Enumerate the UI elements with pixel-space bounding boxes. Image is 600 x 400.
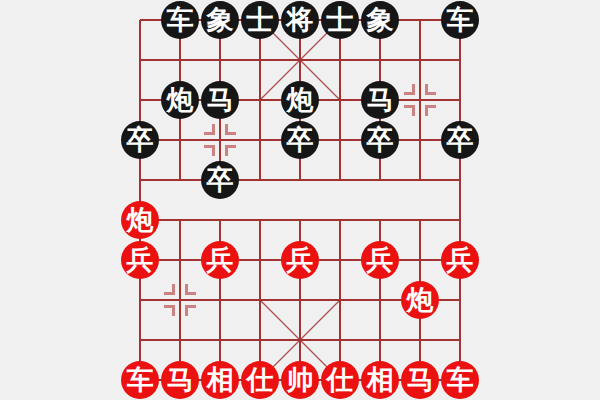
- piece-red-soldier[interactable]: 兵: [201, 241, 239, 279]
- piece-red-soldier[interactable]: 兵: [281, 241, 319, 279]
- piece-red-chariot[interactable]: 车: [441, 361, 479, 399]
- piece-red-horse[interactable]: 马: [161, 361, 199, 399]
- piece-black-horse[interactable]: 马: [201, 81, 239, 119]
- piece-black-elephant[interactable]: 象: [201, 1, 239, 39]
- piece-black-soldier[interactable]: 卒: [441, 121, 479, 159]
- piece-red-soldier[interactable]: 兵: [121, 241, 159, 279]
- piece-black-soldier[interactable]: 卒: [361, 121, 399, 159]
- pieces-layer: 车象士将士象车炮马炮马卒卒卒卒卒炮兵兵兵兵兵炮车马相仕帅仕相马车: [0, 0, 600, 400]
- piece-black-chariot[interactable]: 车: [441, 1, 479, 39]
- piece-black-soldier[interactable]: 卒: [121, 121, 159, 159]
- piece-red-horse[interactable]: 马: [401, 361, 439, 399]
- piece-red-elephant[interactable]: 相: [201, 361, 239, 399]
- piece-black-soldier[interactable]: 卒: [201, 161, 239, 199]
- piece-red-soldier[interactable]: 兵: [441, 241, 479, 279]
- piece-red-advisor[interactable]: 仕: [321, 361, 359, 399]
- piece-red-cannon[interactable]: 炮: [121, 201, 159, 239]
- piece-red-cannon[interactable]: 炮: [401, 281, 439, 319]
- piece-red-chariot[interactable]: 车: [121, 361, 159, 399]
- piece-black-advisor[interactable]: 士: [321, 1, 359, 39]
- piece-black-advisor[interactable]: 士: [241, 1, 279, 39]
- piece-black-cannon[interactable]: 炮: [161, 81, 199, 119]
- piece-black-chariot[interactable]: 车: [161, 1, 199, 39]
- piece-red-general[interactable]: 帅: [281, 361, 319, 399]
- piece-black-elephant[interactable]: 象: [361, 1, 399, 39]
- piece-black-horse[interactable]: 马: [361, 81, 399, 119]
- piece-red-advisor[interactable]: 仕: [241, 361, 279, 399]
- piece-black-cannon[interactable]: 炮: [281, 81, 319, 119]
- piece-red-elephant[interactable]: 相: [361, 361, 399, 399]
- piece-black-soldier[interactable]: 卒: [281, 121, 319, 159]
- piece-red-soldier[interactable]: 兵: [361, 241, 399, 279]
- xiangqi-board: 车象士将士象车炮马炮马卒卒卒卒卒炮兵兵兵兵兵炮车马相仕帅仕相马车: [0, 0, 600, 400]
- piece-black-general[interactable]: 将: [281, 1, 319, 39]
